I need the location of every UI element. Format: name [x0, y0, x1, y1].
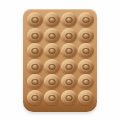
pit-r3c3	[61, 43, 77, 58]
pit-r2c3	[61, 28, 77, 43]
pit-dimple	[31, 33, 38, 39]
pit-dimple	[66, 48, 73, 54]
pit-r1c4	[78, 12, 94, 27]
pit-dimple	[31, 48, 38, 54]
pit-r4c4	[78, 59, 94, 74]
product-photo	[0, 0, 120, 120]
pit-r1c2	[44, 12, 60, 27]
pit-dimple	[48, 79, 55, 85]
pit-r4c3	[61, 59, 77, 74]
pit-dimple	[48, 95, 55, 101]
pit-r1c1	[27, 12, 43, 27]
pit-dimple	[83, 48, 90, 54]
pit-r5c3	[61, 74, 77, 89]
pit-r3c4	[78, 43, 94, 58]
pit-dimple	[48, 64, 55, 70]
pit-dimple	[83, 79, 90, 85]
pit-r5c1	[27, 74, 43, 89]
pit-dimple	[66, 95, 73, 101]
pit-dimple	[31, 17, 38, 23]
pit-dimple	[31, 79, 38, 85]
pit-r6c1	[27, 90, 43, 105]
pit-r5c4	[78, 74, 94, 89]
pit-tray	[23, 9, 97, 112]
pit-dimple	[83, 95, 90, 101]
pit-r4c1	[27, 59, 43, 74]
pit-dimple	[31, 95, 38, 101]
pit-r4c2	[44, 59, 60, 74]
pit-r3c1	[27, 43, 43, 58]
pit-r6c2	[44, 90, 60, 105]
pit-r1c3	[61, 12, 77, 27]
pit-dimple	[48, 17, 55, 23]
pit-r2c4	[78, 28, 94, 43]
pit-r6c4	[78, 90, 94, 105]
pit-dimple	[48, 48, 55, 54]
pit-dimple	[66, 33, 73, 39]
pit-r2c1	[27, 28, 43, 43]
pit-dimple	[66, 17, 73, 23]
pit-dimple	[66, 79, 73, 85]
pit-dimple	[83, 64, 90, 70]
pit-dimple	[83, 33, 90, 39]
pit-r6c3	[61, 90, 77, 105]
pit-dimple	[31, 64, 38, 70]
pit-r3c2	[44, 43, 60, 58]
pit-dimple	[83, 17, 90, 23]
pit-r2c2	[44, 28, 60, 43]
pit-dimple	[48, 33, 55, 39]
pit-dimple	[66, 64, 73, 70]
pit-grid	[26, 12, 95, 105]
pit-r5c2	[44, 74, 60, 89]
